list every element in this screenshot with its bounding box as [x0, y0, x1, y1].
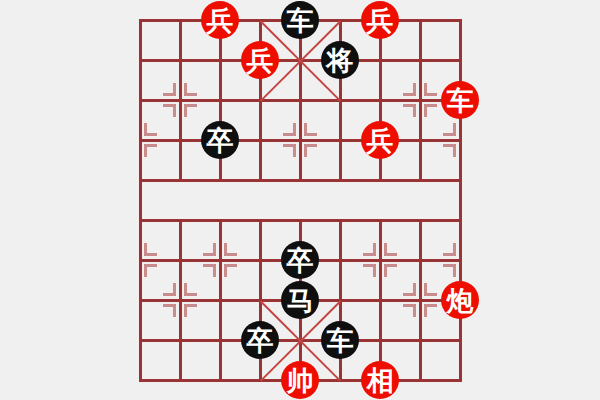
board-file-line — [179, 219, 182, 382]
point-marker-corner — [424, 304, 437, 317]
point-marker-corner — [363, 264, 376, 277]
point-marker-corner — [224, 264, 237, 277]
piece-black-chariot[interactable]: 车 — [281, 1, 319, 39]
piece-glyph: 帅 — [287, 367, 314, 394]
piece-black-king[interactable]: 将 — [321, 41, 359, 79]
point-marker-corner — [144, 123, 157, 136]
piece-red-pawn[interactable]: 兵 — [361, 121, 399, 159]
piece-black-horse[interactable]: 马 — [281, 281, 319, 319]
point-marker-corner — [163, 283, 176, 296]
board-file-line — [219, 219, 222, 382]
point-marker-corner — [304, 144, 317, 157]
point-marker-corner — [144, 264, 157, 277]
point-marker-corner — [163, 304, 176, 317]
piece-glyph: 将 — [327, 47, 354, 74]
piece-glyph: 车 — [447, 87, 474, 114]
point-marker-corner — [184, 83, 197, 96]
piece-black-pawn[interactable]: 卒 — [241, 321, 279, 359]
board-file-line — [139, 19, 142, 382]
point-marker-corner — [424, 104, 437, 117]
point-marker-corner — [163, 104, 176, 117]
point-marker-corner — [203, 264, 216, 277]
point-marker-corner — [203, 243, 216, 256]
point-marker-corner — [424, 283, 437, 296]
board-file-line — [299, 19, 302, 182]
point-marker-corner — [403, 83, 416, 96]
piece-glyph: 炮 — [447, 287, 474, 314]
piece-red-pawn[interactable]: 兵 — [361, 1, 399, 39]
piece-glyph: 相 — [367, 367, 394, 394]
point-marker-corner — [384, 243, 397, 256]
point-marker-corner — [363, 243, 376, 256]
point-marker-corner — [443, 264, 456, 277]
piece-glyph: 卒 — [207, 127, 234, 154]
piece-red-cannon[interactable]: 炮 — [441, 281, 479, 319]
piece-black-pawn[interactable]: 卒 — [281, 241, 319, 279]
xiangqi-board: 兵车兵兵将车卒兵卒马炮卒车帅相 — [140, 20, 460, 380]
piece-red-chariot[interactable]: 车 — [441, 81, 479, 119]
point-marker-corner — [403, 304, 416, 317]
xiangqi-diagram: 兵车兵兵将车卒兵卒马炮卒车帅相 — [0, 0, 600, 400]
point-marker-corner — [144, 243, 157, 256]
point-marker-corner — [184, 104, 197, 117]
point-marker-corner — [424, 83, 437, 96]
piece-red-king[interactable]: 帅 — [281, 361, 319, 399]
piece-glyph: 卒 — [287, 247, 314, 274]
board-file-line — [419, 219, 422, 382]
point-marker-corner — [283, 123, 296, 136]
point-marker-corner — [384, 264, 397, 277]
piece-black-chariot[interactable]: 车 — [321, 321, 359, 359]
point-marker-corner — [163, 83, 176, 96]
board-file-line — [179, 19, 182, 182]
point-marker-corner — [443, 243, 456, 256]
point-marker-corner — [184, 304, 197, 317]
point-marker-corner — [144, 144, 157, 157]
piece-red-elephant[interactable]: 相 — [361, 361, 399, 399]
piece-red-pawn[interactable]: 兵 — [201, 1, 239, 39]
point-marker-corner — [443, 123, 456, 136]
piece-glyph: 兵 — [207, 7, 234, 34]
piece-red-pawn[interactable]: 兵 — [241, 41, 279, 79]
board-file-line — [419, 19, 422, 182]
point-marker-corner — [403, 104, 416, 117]
board-file-line — [379, 219, 382, 382]
piece-glyph: 马 — [287, 287, 314, 314]
piece-glyph: 车 — [287, 7, 314, 34]
piece-glyph: 兵 — [247, 47, 274, 74]
piece-glyph: 卒 — [247, 327, 274, 354]
piece-glyph: 车 — [327, 327, 354, 354]
board-file-line — [459, 19, 462, 382]
piece-glyph: 兵 — [367, 7, 394, 34]
point-marker-corner — [443, 144, 456, 157]
point-marker-corner — [224, 243, 237, 256]
piece-glyph: 兵 — [367, 127, 394, 154]
point-marker-corner — [184, 283, 197, 296]
point-marker-corner — [283, 144, 296, 157]
piece-black-pawn[interactable]: 卒 — [201, 121, 239, 159]
point-marker-corner — [304, 123, 317, 136]
point-marker-corner — [403, 283, 416, 296]
